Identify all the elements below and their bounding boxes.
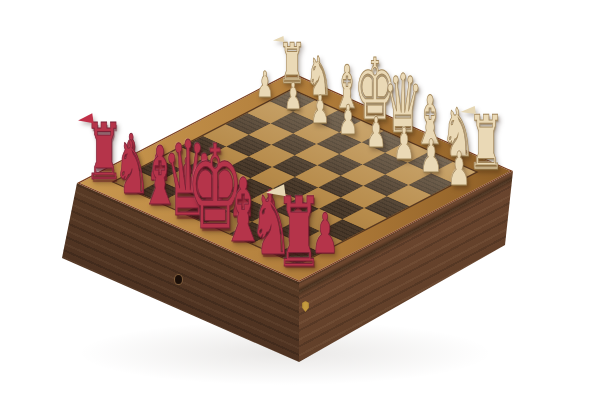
pieces-layer: ♜♞♝♛♚♝♞♜♟♟♟♟♟♟♟♟♜♞♝♚♛♝♞♜♟♟♟♟♟♟♟♟	[0, 0, 600, 400]
pawn-glyph: ♟	[311, 89, 330, 128]
ivory-pawn[interactable]: ♟	[438, 144, 480, 191]
scene: ♜♞♝♛♚♝♞♜♟♟♟♟♟♟♟♟♜♞♝♚♛♝♞♜♟♟♟♟♟♟♟♟	[0, 0, 600, 400]
rook-glyph: ♜	[275, 184, 322, 280]
pawn-glyph: ♟	[338, 100, 358, 141]
rook-flag-pennant	[460, 105, 476, 115]
rook-flag-pennant	[77, 113, 93, 125]
pawn-glyph: ♟	[283, 79, 301, 116]
pawn-glyph: ♟	[447, 144, 470, 191]
pawn-glyph: ♟	[256, 67, 274, 103]
rook-flag-pennant	[265, 184, 285, 199]
rook-flag-pennant	[272, 36, 284, 43]
red-rook[interactable]: ♜	[255, 184, 341, 280]
